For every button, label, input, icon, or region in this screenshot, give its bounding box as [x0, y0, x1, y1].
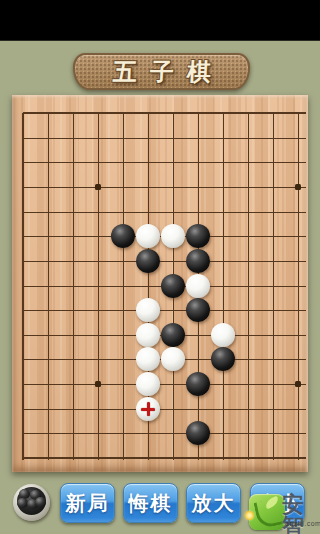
stone-bowl: [13, 484, 50, 521]
white-stone: [136, 347, 160, 371]
last-move-marker: [141, 402, 155, 416]
grid-line-h: [23, 212, 306, 213]
black-stone: [186, 298, 210, 322]
grid-line-h: [23, 409, 306, 410]
bowl-stone: [35, 497, 46, 507]
black-stone: [136, 249, 160, 273]
white-stone: [186, 274, 210, 298]
white-stone: [211, 323, 235, 347]
black-stone: [186, 421, 210, 445]
go-board[interactable]: [12, 95, 308, 472]
title-plaque: 五子棋: [73, 53, 250, 90]
star-point: [95, 184, 101, 190]
black-stone: [111, 224, 135, 248]
white-stone: [136, 372, 160, 396]
star-point: [295, 381, 301, 387]
anzhi-logo-icon: [249, 494, 285, 530]
grid-line-h: [23, 433, 306, 434]
black-stone: [161, 323, 185, 347]
grid-line-h: [23, 384, 306, 385]
white-stone: [136, 323, 160, 347]
white-stone: [136, 397, 160, 421]
grid-line-h: [23, 112, 306, 114]
watermark-subtext: anzhi.com: [285, 520, 320, 527]
grid-line-h: [23, 162, 306, 163]
undo-button[interactable]: 悔棋: [123, 483, 178, 523]
app-screen: 五子棋 新局 悔棋 放大 缩小 安智 anzhi.com: [0, 0, 320, 534]
black-stone: [186, 249, 210, 273]
grid-line-h: [23, 261, 306, 262]
black-stone: [186, 224, 210, 248]
grid-line-h: [23, 138, 306, 139]
grid-line-h: [23, 457, 306, 459]
white-stone: [161, 224, 185, 248]
flower-icon: [245, 511, 254, 520]
star-point: [295, 184, 301, 190]
zoom-in-button[interactable]: 放大: [186, 483, 241, 523]
grid-line-h: [23, 187, 306, 188]
watermark-text: 安智: [282, 494, 320, 534]
new-game-button[interactable]: 新局: [60, 483, 115, 523]
anzhi-watermark[interactable]: 安智 anzhi.com: [246, 492, 320, 534]
black-stone: [211, 347, 235, 371]
white-stone: [136, 298, 160, 322]
star-point: [95, 381, 101, 387]
white-stone: [136, 224, 160, 248]
black-stone: [186, 372, 210, 396]
black-stone: [161, 274, 185, 298]
white-stone: [161, 347, 185, 371]
status-bar: [0, 0, 320, 41]
app-title: 五子棋: [99, 60, 224, 84]
grid-line-h: [23, 310, 306, 311]
